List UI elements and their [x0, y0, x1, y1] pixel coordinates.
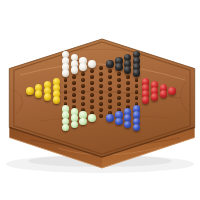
hole[interactable] — [64, 84, 68, 88]
hole[interactable] — [135, 90, 139, 94]
hole[interactable] — [117, 96, 121, 100]
marble-red[interactable] — [151, 93, 159, 101]
hole[interactable] — [81, 90, 85, 94]
hole[interactable] — [99, 84, 103, 88]
hole[interactable] — [81, 72, 85, 76]
hole[interactable] — [108, 87, 112, 91]
marble-blue[interactable] — [106, 114, 114, 122]
hole[interactable] — [99, 114, 103, 118]
hole[interactable] — [72, 81, 76, 85]
hole[interactable] — [135, 96, 139, 100]
hole[interactable] — [90, 93, 94, 97]
marble-white[interactable] — [71, 66, 79, 74]
hole[interactable] — [117, 102, 121, 106]
hole[interactable] — [90, 69, 94, 73]
marble-red[interactable] — [142, 96, 150, 104]
hole[interactable] — [126, 81, 130, 85]
hole[interactable] — [81, 84, 85, 88]
hole[interactable] — [135, 84, 139, 88]
hole[interactable] — [126, 99, 130, 103]
hole[interactable] — [81, 102, 85, 106]
hole[interactable] — [72, 93, 76, 97]
marble-white[interactable] — [62, 69, 70, 77]
marble-green[interactable] — [79, 118, 87, 126]
hole[interactable] — [72, 99, 76, 103]
board-cells-layer — [0, 0, 200, 200]
hole[interactable] — [99, 96, 103, 100]
hole[interactable] — [90, 75, 94, 79]
marble-yellow[interactable] — [53, 96, 61, 104]
hole[interactable] — [108, 99, 112, 103]
hole[interactable] — [72, 75, 76, 79]
marble-black[interactable] — [115, 63, 123, 71]
marble-yellow[interactable] — [44, 93, 52, 101]
hole[interactable] — [81, 78, 85, 82]
hole[interactable] — [108, 81, 112, 85]
hole[interactable] — [108, 69, 112, 73]
hole[interactable] — [126, 87, 130, 91]
hole[interactable] — [126, 93, 130, 97]
marble-yellow[interactable] — [35, 90, 43, 98]
marble-red[interactable] — [168, 87, 176, 95]
hole[interactable] — [64, 96, 68, 100]
marble-red[interactable] — [160, 90, 168, 98]
marble-blue[interactable] — [115, 118, 123, 126]
hole[interactable] — [99, 102, 103, 106]
hole[interactable] — [99, 78, 103, 82]
marble-black[interactable] — [124, 66, 132, 74]
hole[interactable] — [64, 78, 68, 82]
marble-green[interactable] — [71, 121, 79, 129]
hole[interactable] — [64, 90, 68, 94]
hole[interactable] — [90, 105, 94, 109]
hole[interactable] — [81, 96, 85, 100]
hole[interactable] — [99, 108, 103, 112]
hole[interactable] — [72, 87, 76, 91]
marble-black[interactable] — [106, 60, 114, 68]
hole[interactable] — [99, 90, 103, 94]
hole[interactable] — [117, 78, 121, 82]
hole[interactable] — [117, 72, 121, 76]
hole[interactable] — [90, 81, 94, 85]
marble-white[interactable] — [79, 63, 87, 71]
hole[interactable] — [108, 105, 112, 109]
hole[interactable] — [117, 90, 121, 94]
marble-blue[interactable] — [133, 124, 141, 132]
hole[interactable] — [90, 87, 94, 91]
marble-white[interactable] — [88, 60, 96, 68]
hole[interactable] — [117, 84, 121, 88]
hole[interactable] — [108, 93, 112, 97]
hole[interactable] — [99, 72, 103, 76]
hole[interactable] — [108, 75, 112, 79]
hole[interactable] — [135, 78, 139, 82]
marble-green[interactable] — [62, 124, 70, 132]
hole[interactable] — [126, 75, 130, 79]
marble-green[interactable] — [88, 114, 96, 122]
marble-blue[interactable] — [124, 121, 132, 129]
marble-black[interactable] — [133, 69, 141, 77]
product-photo — [0, 0, 200, 200]
marble-yellow[interactable] — [26, 87, 34, 95]
hole[interactable] — [90, 99, 94, 103]
hole[interactable] — [99, 66, 103, 70]
